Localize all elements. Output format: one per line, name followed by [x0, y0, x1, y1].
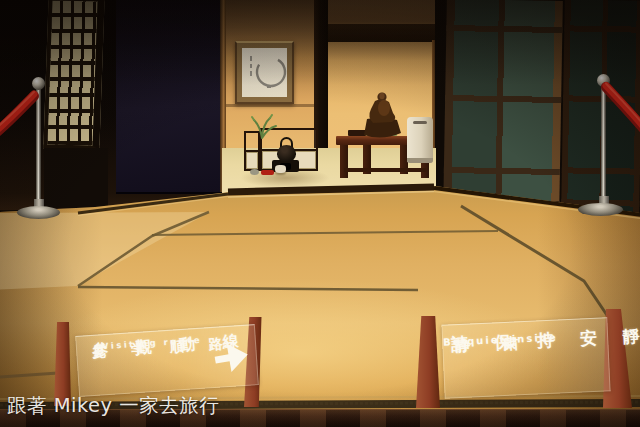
- right-dark-wall: [435, 0, 640, 216]
- watermark: 跟著 Mikey 一家去旅行: [7, 392, 219, 419]
- right-arrow-icon: [211, 337, 252, 377]
- calligraphy-frame: [235, 41, 294, 104]
- tea-bowl: [275, 165, 286, 173]
- calligraphy-paper: [242, 48, 287, 97]
- stanchion-ball-right: [597, 74, 610, 87]
- wood-beam-upper: [328, 24, 436, 42]
- keep-quiet-ja: 静 粛: [455, 334, 533, 356]
- tea-screen-wing: [244, 131, 260, 171]
- tea-item-red-cloth: [261, 170, 274, 175]
- tea-item-stone: [250, 169, 259, 175]
- stanchion-pole-left: [36, 89, 41, 211]
- stanchion-ball-left: [32, 77, 45, 90]
- tatami-room-photo: 參 觀 動 線 Visiting route 見 学 順 路 請 保 持 安 靜…: [0, 0, 640, 427]
- stanchion-pole-right: [601, 86, 606, 206]
- humidifier: [407, 117, 433, 163]
- glass-door-front: [443, 0, 563, 215]
- visiting-route-sign: 參 觀 動 線 Visiting route 見 学 順 路: [75, 324, 259, 397]
- stanchion-base-right: [578, 203, 623, 216]
- wall-rail: [226, 104, 314, 107]
- sliding-door-dark: [116, 0, 222, 194]
- shoji-lower-panel: [44, 148, 108, 208]
- shoji-screen: [43, 0, 104, 150]
- keep-quiet-sign: 請 保 持 安 靜 Be quiet inside 静 粛: [441, 317, 610, 398]
- table-stretcher: [344, 168, 426, 172]
- iron-kettle: [277, 145, 296, 162]
- stanchion-base-left: [17, 206, 60, 219]
- enso-calligraphy-icon: [242, 48, 291, 101]
- table-leg: [340, 144, 348, 178]
